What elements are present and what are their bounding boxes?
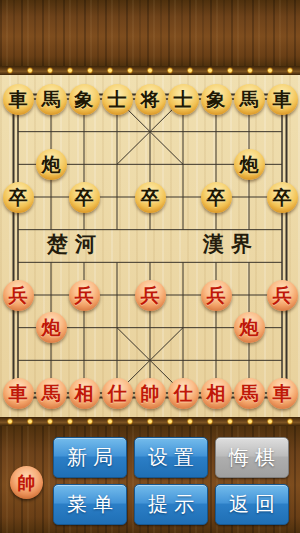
piece-red-車[interactable]: 車	[267, 378, 298, 409]
piece-red-炮[interactable]: 炮	[234, 312, 265, 343]
piece-black-車[interactable]: 車	[3, 84, 34, 115]
xiangqi-app: 楚河 漢界 車馬象士将士象馬車炮炮卒卒卒卒卒兵兵兵兵兵炮炮車馬相仕帥仕相馬車 帥…	[0, 0, 300, 533]
piece-black-炮[interactable]: 炮	[234, 149, 265, 180]
piece-red-馬[interactable]: 馬	[234, 378, 265, 409]
piece-red-炮[interactable]: 炮	[36, 312, 67, 343]
menu-button[interactable]: 菜单	[53, 484, 127, 525]
piece-black-炮[interactable]: 炮	[36, 149, 67, 180]
piece-red-馬[interactable]: 馬	[36, 378, 67, 409]
piece-red-兵[interactable]: 兵	[69, 280, 100, 311]
river-label-han-jie: 漢界	[203, 233, 259, 255]
top-stud-strip	[0, 66, 300, 75]
piece-black-士[interactable]: 士	[168, 84, 199, 115]
piece-black-卒[interactable]: 卒	[135, 182, 166, 213]
piece-black-士[interactable]: 士	[102, 84, 133, 115]
piece-red-相[interactable]: 相	[69, 378, 100, 409]
piece-red-兵[interactable]: 兵	[201, 280, 232, 311]
top-wood-frame	[0, 0, 300, 66]
river-label-chu-he: 楚河	[47, 233, 103, 255]
piece-black-馬[interactable]: 馬	[234, 84, 265, 115]
hint-button[interactable]: 提示	[134, 484, 208, 525]
piece-black-車[interactable]: 車	[267, 84, 298, 115]
piece-black-将[interactable]: 将	[135, 84, 166, 115]
piece-black-卒[interactable]: 卒	[69, 182, 100, 213]
button-bar: 新局 设置 悔棋 菜单 提示 返回	[53, 437, 289, 525]
piece-red-兵[interactable]: 兵	[135, 280, 166, 311]
piece-red-兵[interactable]: 兵	[267, 280, 298, 311]
piece-red-仕[interactable]: 仕	[102, 378, 133, 409]
xiangqi-board[interactable]: 楚河 漢界 車馬象士将士象馬車炮炮卒卒卒卒卒兵兵兵兵兵炮炮車馬相仕帥仕相馬車	[0, 75, 300, 417]
piece-black-卒[interactable]: 卒	[201, 182, 232, 213]
piece-red-帥[interactable]: 帥	[135, 378, 166, 409]
turn-indicator-piece: 帥	[10, 466, 43, 499]
piece-black-卒[interactable]: 卒	[3, 182, 34, 213]
piece-red-車[interactable]: 車	[3, 378, 34, 409]
back-button[interactable]: 返回	[215, 484, 289, 525]
piece-red-相[interactable]: 相	[201, 378, 232, 409]
bottom-stud-strip	[0, 417, 300, 426]
undo-button[interactable]: 悔棋	[215, 437, 289, 478]
piece-black-卒[interactable]: 卒	[267, 182, 298, 213]
piece-red-仕[interactable]: 仕	[168, 378, 199, 409]
piece-black-馬[interactable]: 馬	[36, 84, 67, 115]
new-game-button[interactable]: 新局	[53, 437, 127, 478]
piece-black-象[interactable]: 象	[69, 84, 100, 115]
piece-black-象[interactable]: 象	[201, 84, 232, 115]
piece-red-兵[interactable]: 兵	[3, 280, 34, 311]
settings-button[interactable]: 设置	[134, 437, 208, 478]
